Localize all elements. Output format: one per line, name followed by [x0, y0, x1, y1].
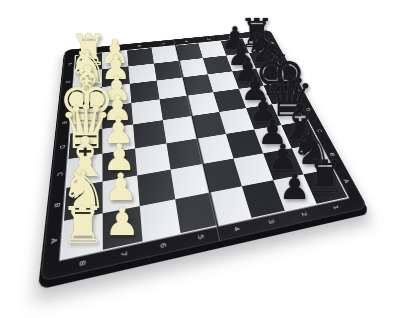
chess-board: 8877665544332211HHGGFFEEDDCCBBAA — [40, 30, 368, 282]
product-photo: 8877665544332211HHGGFFEEDDCCBBAA ♜♞♝♛♚♝♞… — [0, 0, 396, 318]
board-squares-grid — [61, 37, 347, 259]
